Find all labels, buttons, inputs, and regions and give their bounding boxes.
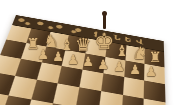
king-piece: ♚	[94, 31, 114, 53]
pawn-piece: ♟	[129, 63, 141, 76]
pawn-piece: ♟	[97, 58, 109, 71]
knight-piece: ♞	[132, 45, 147, 62]
board-square	[53, 84, 79, 105]
bishop-piece: ♝	[115, 44, 128, 59]
board-square	[76, 88, 101, 105]
chess-set-photo: ՆԵՎ ♜♞♝♛♚♝♞♜♟♟♟♟♟♟♟♟	[0, 0, 175, 105]
pawn-piece: ♟	[52, 50, 64, 63]
pawn-piece: ♟	[113, 60, 125, 73]
pawn-piece: ♟	[67, 53, 79, 66]
rook-piece: ♜	[149, 50, 162, 64]
pawn-piece: ♟	[145, 65, 157, 78]
king-finial	[103, 14, 106, 29]
pawn-piece: ♟	[37, 48, 49, 61]
pawn-piece: ♟	[82, 55, 94, 68]
